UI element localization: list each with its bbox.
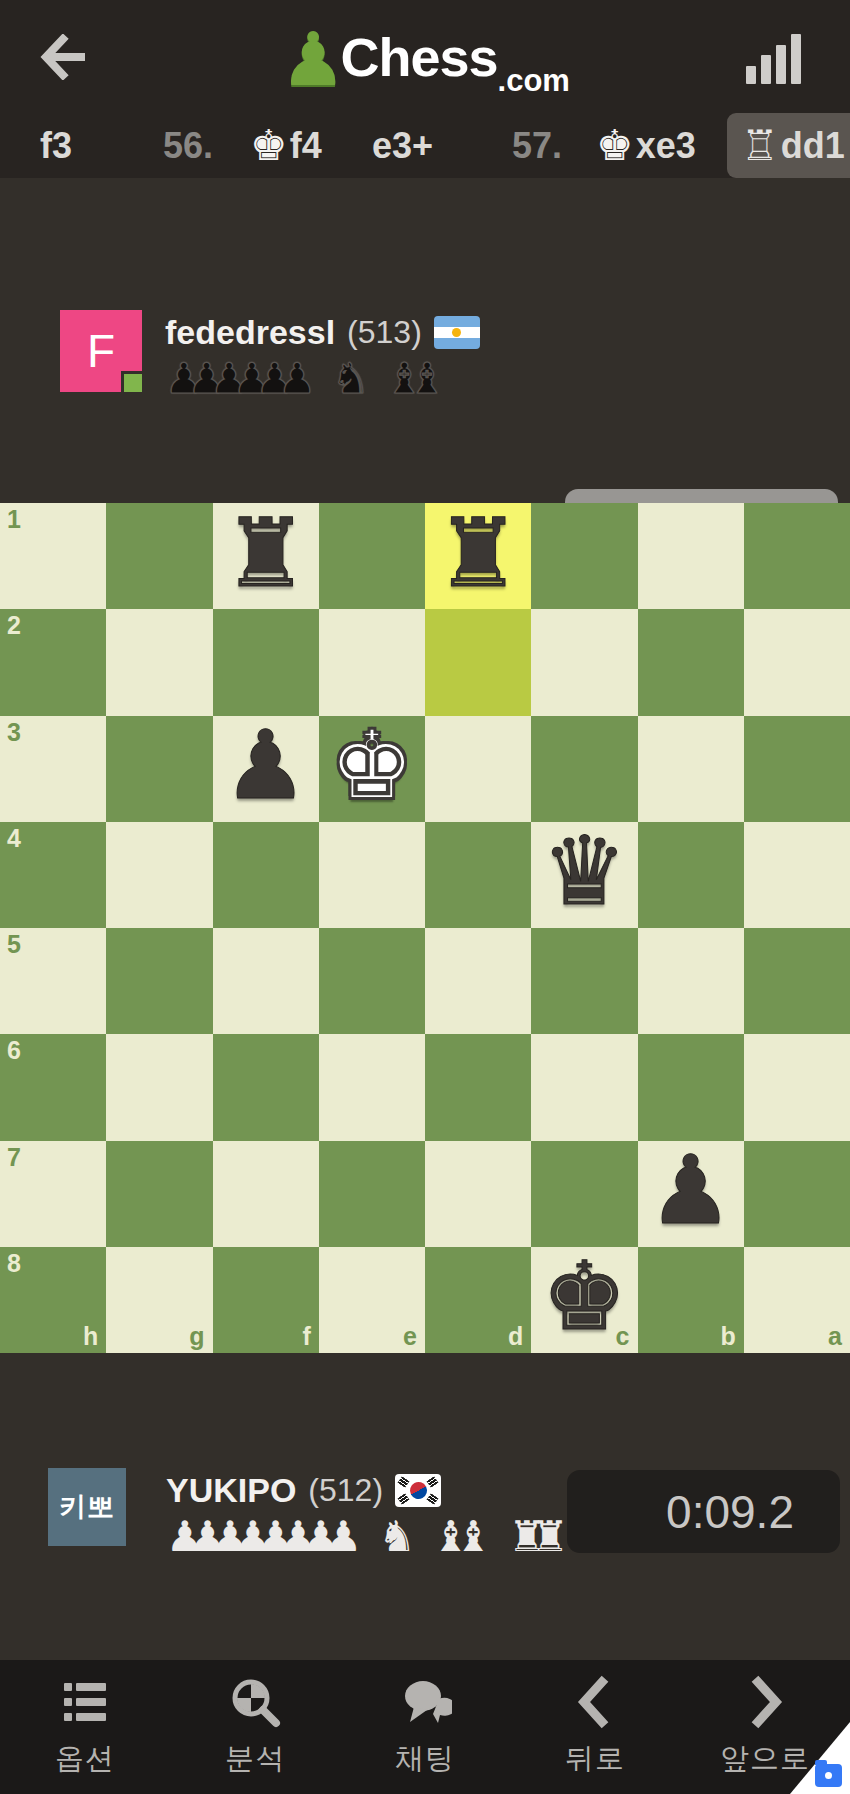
move-item[interactable]: e3+	[372, 113, 433, 178]
file-label-d: d	[508, 1324, 523, 1349]
captured-pawn-group: ♟♟♟♟♟♟	[165, 358, 316, 400]
forward-chevron-icon	[738, 1675, 792, 1729]
move-item[interactable]: ♖dd1	[727, 113, 850, 178]
black-pawn[interactable]: ♟	[223, 718, 308, 813]
player-name: YUKIPO	[166, 1471, 296, 1510]
captured-rook-icon: ♜	[531, 1516, 569, 1558]
square-f3[interactable]: ♟	[213, 716, 319, 822]
captured-bishop-icon: ♝	[408, 358, 446, 400]
square-f4[interactable]	[213, 822, 319, 928]
signal-bars-icon	[746, 34, 802, 84]
logo-brand-text: Chess	[340, 26, 497, 88]
online-status-badge	[121, 371, 142, 392]
options-list-icon	[58, 1675, 112, 1729]
captured-knight-group: ♞	[378, 1516, 416, 1558]
nav-label: 채팅	[395, 1739, 455, 1779]
square-e5[interactable]	[319, 928, 425, 1034]
blue-folder-shortcut-icon[interactable]	[815, 1764, 842, 1787]
move-item[interactable]: ♚xe3	[596, 113, 696, 178]
avatar[interactable]: 키뽀	[48, 1468, 126, 1546]
square-g4[interactable]	[106, 822, 212, 928]
captured-pawn-icon: ♟	[278, 358, 316, 400]
nav-label: 앞으로	[720, 1739, 810, 1779]
logo-tld-text: .com	[498, 63, 570, 99]
player-panel-bottom: 키뽀 YUKIPO (512) ♟♟♟♟♟♟♟♟♞♝♝♜♜♛+21 0:09.2	[0, 1353, 850, 1660]
player-name-row[interactable]: fededressl (513)	[165, 310, 480, 354]
square-h1[interactable]: 1	[0, 503, 106, 609]
clock-bottom: 0:09.2	[567, 1470, 840, 1553]
square-h7[interactable]: 7	[0, 1141, 106, 1247]
rank-label-5: 5	[7, 932, 21, 957]
square-c3[interactable]	[531, 716, 637, 822]
argentina-flag-icon	[434, 316, 480, 349]
black-rook[interactable]: ♜	[223, 506, 308, 601]
square-a7[interactable]	[744, 1141, 850, 1247]
square-d5[interactable]	[425, 928, 531, 1034]
square-h4[interactable]: 4	[0, 822, 106, 928]
square-b4[interactable]	[638, 822, 744, 928]
square-f2[interactable]	[213, 609, 319, 715]
white-king-figurine-icon: ♚	[250, 125, 288, 167]
square-c8[interactable]: c♚	[531, 1247, 637, 1353]
move-list-bar: f356.♚f4e3+57.♚xe3♖dd1	[0, 113, 850, 178]
player-panel-top: F fededressl (513) ♟♟♟♟♟♟♞♝♝ 0:23	[0, 178, 850, 503]
chess-app: ♟ Chess .com f356.♚f4e3+57.♚xe3♖dd1 F fe…	[0, 0, 850, 1794]
captured-bishop-icon: ♝	[455, 1516, 493, 1558]
square-g1[interactable]	[106, 503, 212, 609]
square-h6[interactable]: 6	[0, 1034, 106, 1140]
square-b7[interactable]: ♟	[638, 1141, 744, 1247]
square-b5[interactable]	[638, 928, 744, 1034]
app-header: ♟ Chess .com	[0, 0, 850, 113]
back-chevron-icon	[568, 1675, 622, 1729]
black-rook-figurine-icon: ♖	[741, 125, 779, 167]
captured-pawn-icon: ♟	[325, 1516, 363, 1558]
square-e2[interactable]	[319, 609, 425, 715]
square-g5[interactable]	[106, 928, 212, 1034]
square-d3[interactable]	[425, 716, 531, 822]
square-e7[interactable]	[319, 1141, 425, 1247]
nav-label: 분석	[225, 1739, 285, 1779]
file-label-g: g	[189, 1324, 204, 1349]
square-g8[interactable]: g	[106, 1247, 212, 1353]
square-b8[interactable]: b	[638, 1247, 744, 1353]
square-h5[interactable]: 5	[0, 928, 106, 1034]
square-f7[interactable]	[213, 1141, 319, 1247]
bottom-nav-bar: 옵션분석채팅뒤로앞으로	[0, 1660, 850, 1794]
nav-item-analysis[interactable]: 분석	[170, 1660, 340, 1794]
rank-label-4: 4	[7, 826, 21, 851]
rank-label-8: 8	[7, 1251, 21, 1276]
square-d1[interactable]: ♜	[425, 503, 531, 609]
rank-label-1: 1	[7, 507, 21, 532]
player-rating: (513)	[347, 314, 422, 351]
file-label-e: e	[403, 1324, 417, 1349]
clock-time: 0:09.2	[666, 1485, 794, 1539]
square-a2[interactable]	[744, 609, 850, 715]
square-e8[interactable]: e	[319, 1247, 425, 1353]
square-f1[interactable]: ♜	[213, 503, 319, 609]
rank-label-6: 6	[7, 1038, 21, 1063]
nav-label: 뒤로	[565, 1739, 625, 1779]
chess-board: 1♜♜23♟♚4♛567♟8hgfedc♚ba	[0, 503, 850, 1353]
avatar[interactable]: F	[60, 310, 142, 392]
captured-knight-icon: ♞	[378, 1516, 416, 1558]
square-b6[interactable]	[638, 1034, 744, 1140]
nav-item-options-list[interactable]: 옵션	[0, 1660, 170, 1794]
captured-rook-group: ♜♜	[508, 1516, 568, 1558]
file-label-a: a	[828, 1324, 842, 1349]
move-item[interactable]: f3	[40, 113, 72, 178]
square-d7[interactable]	[425, 1141, 531, 1247]
south-korea-flag-icon	[395, 1474, 441, 1507]
square-h3[interactable]: 3	[0, 716, 106, 822]
move-number: 57.	[512, 113, 562, 178]
square-d6[interactable]	[425, 1034, 531, 1140]
square-c7[interactable]	[531, 1141, 637, 1247]
square-c2[interactable]	[531, 609, 637, 715]
square-h8[interactable]: 8h	[0, 1247, 106, 1353]
square-b1[interactable]	[638, 503, 744, 609]
square-b3[interactable]	[638, 716, 744, 822]
square-c6[interactable]	[531, 1034, 637, 1140]
square-a1[interactable]	[744, 503, 850, 609]
square-a5[interactable]	[744, 928, 850, 1034]
square-f8[interactable]: f	[213, 1247, 319, 1353]
square-f6[interactable]	[213, 1034, 319, 1140]
player-rating: (512)	[308, 1472, 383, 1509]
black-rook[interactable]: ♜	[436, 506, 521, 601]
captured-knight-group: ♞	[332, 358, 370, 400]
move-item[interactable]: ♚f4	[250, 113, 322, 178]
captured-knight-icon: ♞	[332, 358, 370, 400]
nav-item-chat[interactable]: 채팅	[340, 1660, 510, 1794]
player-name: fededressl	[165, 313, 335, 352]
avatar-initial: F	[87, 324, 115, 378]
square-e1[interactable]	[319, 503, 425, 609]
rank-label-2: 2	[7, 613, 21, 638]
square-e4[interactable]	[319, 822, 425, 928]
square-c1[interactable]	[531, 503, 637, 609]
square-b2[interactable]	[638, 609, 744, 715]
square-a8[interactable]: a	[744, 1247, 850, 1353]
square-g6[interactable]	[106, 1034, 212, 1140]
square-a4[interactable]	[744, 822, 850, 928]
square-g2[interactable]	[106, 609, 212, 715]
square-d8[interactable]: d	[425, 1247, 531, 1353]
square-c4[interactable]: ♛	[531, 822, 637, 928]
square-g3[interactable]	[106, 716, 212, 822]
rank-label-3: 3	[7, 720, 21, 745]
square-f5[interactable]	[213, 928, 319, 1034]
white-king-figurine-icon: ♚	[596, 125, 634, 167]
captured-pawn-group: ♟♟♟♟♟♟♟♟	[166, 1516, 362, 1558]
avatar-initial: 키뽀	[59, 1489, 115, 1525]
square-h2[interactable]: 2	[0, 609, 106, 715]
green-pawn-logo-icon: ♟	[280, 22, 346, 96]
square-d2[interactable]	[425, 609, 531, 715]
captured-pieces-top: ♟♟♟♟♟♟♞♝♝	[165, 356, 480, 400]
move-number: 56.	[163, 113, 213, 178]
file-label-h: h	[83, 1324, 98, 1349]
square-a3[interactable]	[744, 716, 850, 822]
file-label-f: f	[302, 1324, 310, 1349]
analysis-icon	[228, 1675, 282, 1729]
nav-label: 옵션	[55, 1739, 115, 1779]
captured-bishop-group: ♝♝	[386, 358, 446, 400]
white-king[interactable]: ♚	[329, 718, 414, 813]
square-e3[interactable]: ♚	[319, 716, 425, 822]
captured-bishop-group: ♝♝	[432, 1516, 492, 1558]
file-label-b: b	[720, 1324, 735, 1349]
chesscom-logo: ♟ Chess .com	[0, 0, 850, 113]
black-pawn[interactable]: ♟	[648, 1143, 733, 1238]
square-d4[interactable]	[425, 822, 531, 928]
black-queen[interactable]: ♛	[542, 824, 627, 919]
chat-icon	[398, 1675, 452, 1729]
black-king[interactable]: ♚	[542, 1249, 627, 1344]
square-e6[interactable]	[319, 1034, 425, 1140]
rank-label-7: 7	[7, 1145, 21, 1170]
square-g7[interactable]	[106, 1141, 212, 1247]
square-a6[interactable]	[744, 1034, 850, 1140]
square-c5[interactable]	[531, 928, 637, 1034]
nav-item-back-chevron[interactable]: 뒤로	[510, 1660, 680, 1794]
